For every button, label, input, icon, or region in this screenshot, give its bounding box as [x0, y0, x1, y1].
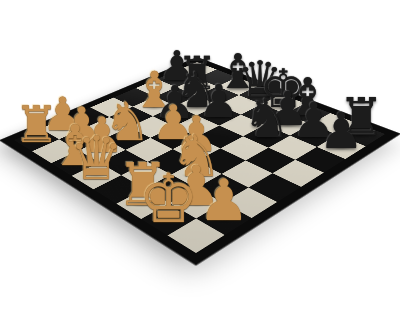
- white-pawn-h2[interactable]: ♟: [198, 173, 249, 230]
- white-queen-d1[interactable]: ♛: [69, 127, 123, 187]
- pieces-layer: ♜♜♝♛♚♟♟♟♟♟♞♞♟♟♝♟♞♟♞♟♜♟♟♟♝♛♚♝♜: [0, 0, 400, 309]
- chess-product-photo: ♜♜♝♛♚♟♟♟♟♟♞♞♟♟♝♟♞♟♞♟♜♟♟♟♝♛♚♝♜: [0, 0, 400, 309]
- white-king-g1[interactable]: ♚: [138, 165, 199, 233]
- black-knight-f6[interactable]: ♞: [243, 93, 291, 146]
- black-pawn-h7[interactable]: ♟: [319, 107, 364, 157]
